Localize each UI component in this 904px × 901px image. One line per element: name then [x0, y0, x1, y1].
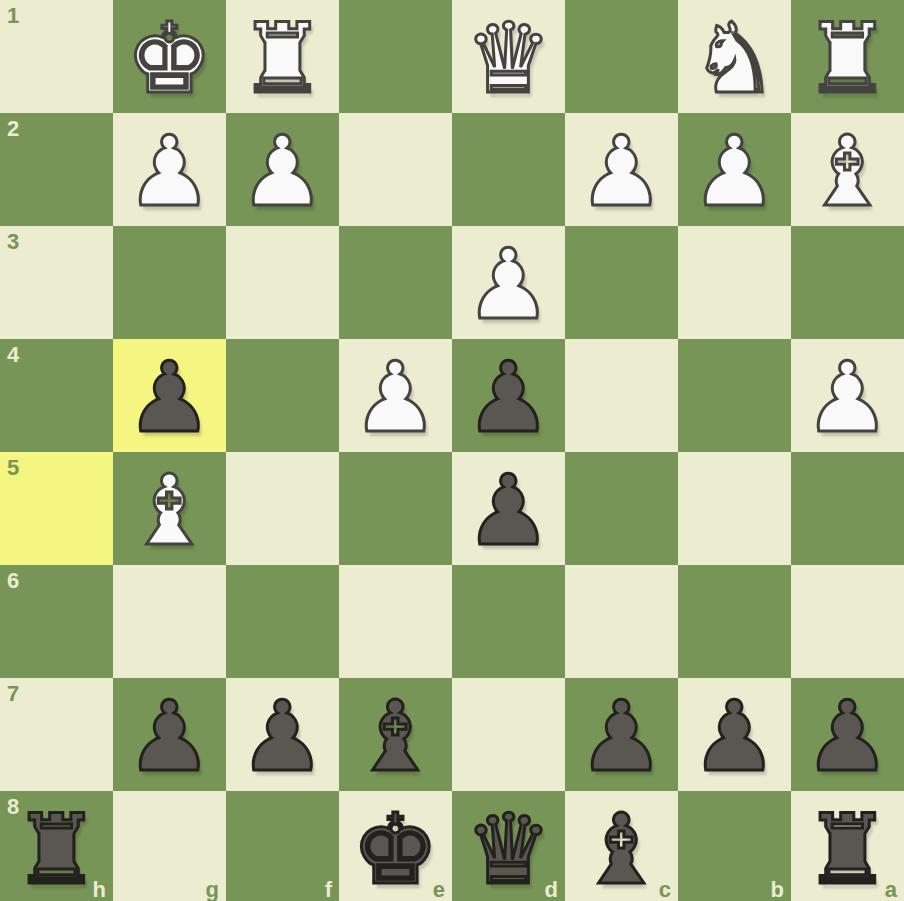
square-b8[interactable]: b — [678, 791, 791, 901]
square-c4[interactable] — [565, 339, 678, 452]
white-pawn[interactable]: ♟ — [452, 226, 565, 339]
square-b5[interactable] — [678, 452, 791, 565]
square-a8[interactable]: a♜ — [791, 791, 904, 901]
white-bishop[interactable]: ♝ — [791, 113, 904, 226]
square-e6[interactable] — [339, 565, 452, 678]
square-b2[interactable]: ♟ — [678, 113, 791, 226]
square-a3[interactable] — [791, 226, 904, 339]
file-label-f: f — [325, 879, 332, 901]
square-e2[interactable] — [339, 113, 452, 226]
white-pawn[interactable]: ♟ — [678, 113, 791, 226]
rank-label-3: 3 — [7, 231, 19, 253]
square-e7[interactable]: ♝ — [339, 678, 452, 791]
square-g6[interactable] — [113, 565, 226, 678]
white-rook[interactable]: ♜ — [791, 0, 904, 113]
square-d1[interactable]: ♛ — [452, 0, 565, 113]
black-bishop[interactable]: ♝ — [339, 678, 452, 791]
black-pawn[interactable]: ♟ — [452, 339, 565, 452]
square-d3[interactable]: ♟ — [452, 226, 565, 339]
white-king[interactable]: ♚ — [113, 0, 226, 113]
square-g4[interactable]: ♟ — [113, 339, 226, 452]
square-c7[interactable]: ♟ — [565, 678, 678, 791]
white-bishop[interactable]: ♝ — [113, 452, 226, 565]
rank-label-4: 4 — [7, 344, 19, 366]
square-c6[interactable] — [565, 565, 678, 678]
square-h3[interactable]: 3 — [0, 226, 113, 339]
square-b6[interactable] — [678, 565, 791, 678]
black-rook[interactable]: ♜ — [0, 791, 113, 901]
rank-label-2: 2 — [7, 118, 19, 140]
square-g3[interactable] — [113, 226, 226, 339]
square-d6[interactable] — [452, 565, 565, 678]
white-queen[interactable]: ♛ — [452, 0, 565, 113]
square-b3[interactable] — [678, 226, 791, 339]
square-g1[interactable]: ♚ — [113, 0, 226, 113]
square-g5[interactable]: ♝ — [113, 452, 226, 565]
square-e1[interactable] — [339, 0, 452, 113]
white-pawn[interactable]: ♟ — [339, 339, 452, 452]
square-h2[interactable]: 2 — [0, 113, 113, 226]
square-d8[interactable]: d♛ — [452, 791, 565, 901]
square-c5[interactable] — [565, 452, 678, 565]
square-g7[interactable]: ♟ — [113, 678, 226, 791]
square-h5[interactable]: 5 — [0, 452, 113, 565]
square-h6[interactable]: 6 — [0, 565, 113, 678]
square-a5[interactable] — [791, 452, 904, 565]
rank-label-5: 5 — [7, 457, 19, 479]
square-f1[interactable]: ♜ — [226, 0, 339, 113]
square-f6[interactable] — [226, 565, 339, 678]
square-h1[interactable]: 1 — [0, 0, 113, 113]
square-f5[interactable] — [226, 452, 339, 565]
black-pawn[interactable]: ♟ — [565, 678, 678, 791]
white-pawn[interactable]: ♟ — [791, 339, 904, 452]
square-e5[interactable] — [339, 452, 452, 565]
square-a4[interactable]: ♟ — [791, 339, 904, 452]
black-pawn[interactable]: ♟ — [113, 339, 226, 452]
square-h8[interactable]: 8h♜ — [0, 791, 113, 901]
black-pawn[interactable]: ♟ — [791, 678, 904, 791]
square-c2[interactable]: ♟ — [565, 113, 678, 226]
square-b7[interactable]: ♟ — [678, 678, 791, 791]
square-d5[interactable]: ♟ — [452, 452, 565, 565]
black-pawn[interactable]: ♟ — [452, 452, 565, 565]
square-e8[interactable]: e♚ — [339, 791, 452, 901]
white-pawn[interactable]: ♟ — [565, 113, 678, 226]
square-f7[interactable]: ♟ — [226, 678, 339, 791]
file-label-b: b — [771, 879, 784, 901]
rank-label-1: 1 — [7, 5, 19, 27]
square-d2[interactable] — [452, 113, 565, 226]
square-f3[interactable] — [226, 226, 339, 339]
square-e3[interactable] — [339, 226, 452, 339]
black-pawn[interactable]: ♟ — [226, 678, 339, 791]
file-label-g: g — [206, 879, 219, 901]
square-h4[interactable]: 4 — [0, 339, 113, 452]
black-pawn[interactable]: ♟ — [113, 678, 226, 791]
square-c8[interactable]: c♝ — [565, 791, 678, 901]
black-rook[interactable]: ♜ — [791, 791, 904, 901]
square-b4[interactable] — [678, 339, 791, 452]
white-pawn[interactable]: ♟ — [113, 113, 226, 226]
black-king[interactable]: ♚ — [339, 791, 452, 901]
square-c3[interactable] — [565, 226, 678, 339]
square-a2[interactable]: ♝ — [791, 113, 904, 226]
white-knight[interactable]: ♞ — [678, 0, 791, 113]
square-a1[interactable]: ♜ — [791, 0, 904, 113]
rank-label-6: 6 — [7, 570, 19, 592]
square-c1[interactable] — [565, 0, 678, 113]
square-g8[interactable]: g — [113, 791, 226, 901]
black-bishop[interactable]: ♝ — [565, 791, 678, 901]
square-a7[interactable]: ♟ — [791, 678, 904, 791]
square-d4[interactable]: ♟ — [452, 339, 565, 452]
black-queen[interactable]: ♛ — [452, 791, 565, 901]
square-b1[interactable]: ♞ — [678, 0, 791, 113]
white-rook[interactable]: ♜ — [226, 0, 339, 113]
chess-board: 1♚♜♛♞♜2♟♟♟♟♝3♟4♟♟♟♟5♝♟67♟♟♝♟♟♟8h♜gfe♚d♛c… — [0, 0, 904, 901]
square-f8[interactable]: f — [226, 791, 339, 901]
square-d7[interactable] — [452, 678, 565, 791]
rank-label-7: 7 — [7, 683, 19, 705]
white-pawn[interactable]: ♟ — [226, 113, 339, 226]
square-e4[interactable]: ♟ — [339, 339, 452, 452]
square-a6[interactable] — [791, 565, 904, 678]
square-f2[interactable]: ♟ — [226, 113, 339, 226]
black-pawn[interactable]: ♟ — [678, 678, 791, 791]
square-g2[interactable]: ♟ — [113, 113, 226, 226]
square-f4[interactable] — [226, 339, 339, 452]
square-h7[interactable]: 7 — [0, 678, 113, 791]
